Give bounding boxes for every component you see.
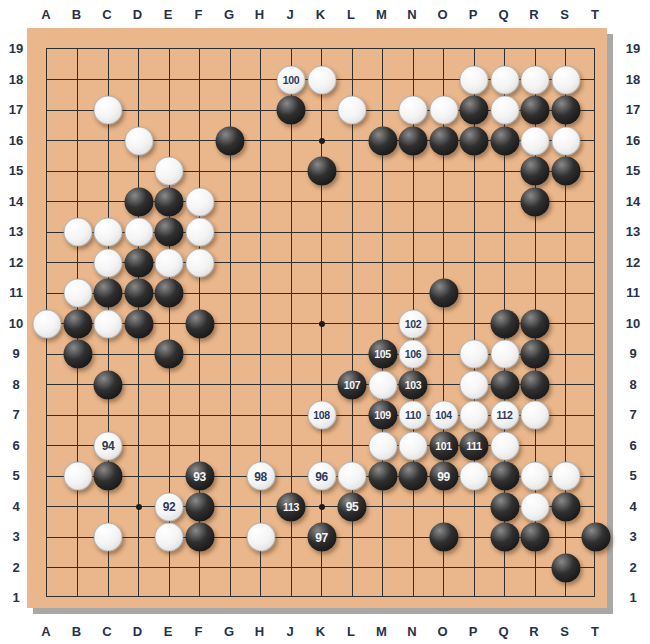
stone-white-N10: 102 xyxy=(399,309,428,338)
stone-black-Q8 xyxy=(490,370,519,399)
column-label-bottom: H xyxy=(255,624,264,639)
star-point xyxy=(136,504,142,510)
stone-white-S18 xyxy=(551,65,580,94)
stone-black-S4 xyxy=(551,492,580,521)
stone-black-D12 xyxy=(124,248,153,277)
star-point xyxy=(319,504,325,510)
row-label-left: 10 xyxy=(9,315,23,330)
column-label-bottom: C xyxy=(102,624,111,639)
row-label-right: 3 xyxy=(629,529,636,544)
stone-black-B10 xyxy=(63,309,92,338)
stone-white-R4 xyxy=(521,492,550,521)
stone-white-Q6 xyxy=(490,431,519,460)
stone-white-E15 xyxy=(155,157,184,186)
row-label-left: 19 xyxy=(9,41,23,56)
stone-black-R3 xyxy=(521,523,550,552)
column-label-bottom: A xyxy=(41,624,50,639)
stone-black-G16 xyxy=(216,126,245,155)
row-label-right: 13 xyxy=(626,224,640,239)
board-grid[interactable]: 1001021051061071031081091101041129410111… xyxy=(46,48,595,597)
stone-black-S17 xyxy=(551,96,580,125)
column-label-bottom: Q xyxy=(498,624,508,639)
column-label-top: F xyxy=(195,7,203,22)
stone-white-D13 xyxy=(124,218,153,247)
column-label-top: Q xyxy=(498,7,508,22)
row-label-right: 19 xyxy=(626,41,640,56)
stone-white-O7: 104 xyxy=(429,401,458,430)
stone-black-R14 xyxy=(521,187,550,216)
row-label-right: 2 xyxy=(629,559,636,574)
stone-white-E3 xyxy=(155,523,184,552)
stone-white-P8 xyxy=(460,370,489,399)
stone-black-C8 xyxy=(94,370,123,399)
stone-black-N16 xyxy=(399,126,428,155)
row-label-right: 5 xyxy=(629,468,636,483)
stone-white-M6 xyxy=(368,431,397,460)
stone-black-D11 xyxy=(124,279,153,308)
move-number: 93 xyxy=(193,470,206,482)
stone-black-D14 xyxy=(124,187,153,216)
column-label-bottom: G xyxy=(224,624,234,639)
stone-black-E14 xyxy=(155,187,184,216)
column-label-bottom: E xyxy=(164,624,173,639)
move-number: 112 xyxy=(496,410,512,421)
column-label-bottom: K xyxy=(316,624,325,639)
stone-black-O6: 101 xyxy=(429,431,458,460)
column-label-top: M xyxy=(376,7,387,22)
column-label-top: A xyxy=(41,7,50,22)
column-label-top: P xyxy=(469,7,478,22)
row-label-right: 8 xyxy=(629,376,636,391)
stone-white-L17 xyxy=(338,96,367,125)
move-number: 102 xyxy=(405,318,422,329)
row-label-right: 4 xyxy=(629,498,636,513)
row-label-left: 1 xyxy=(12,590,19,605)
move-number: 110 xyxy=(405,410,421,421)
stone-black-R17 xyxy=(521,96,550,125)
row-label-right: 12 xyxy=(626,254,640,269)
move-number: 99 xyxy=(437,470,450,482)
row-label-left: 18 xyxy=(9,71,23,86)
stone-white-R5 xyxy=(521,462,550,491)
stone-black-K3: 97 xyxy=(307,523,336,552)
column-label-top: B xyxy=(72,7,81,22)
stone-white-E12 xyxy=(155,248,184,277)
stone-black-B9 xyxy=(63,340,92,369)
row-label-right: 1 xyxy=(629,590,636,605)
stone-black-P6: 111 xyxy=(460,431,489,460)
row-label-left: 4 xyxy=(12,498,19,513)
stone-black-S2 xyxy=(551,553,580,582)
stone-white-C12 xyxy=(94,248,123,277)
goban: 1001021051061071031081091101041129410111… xyxy=(27,28,607,608)
row-label-left: 17 xyxy=(9,102,23,117)
stone-white-P7 xyxy=(460,401,489,430)
column-label-top: D xyxy=(133,7,142,22)
star-point xyxy=(319,138,325,144)
stone-black-R10 xyxy=(521,309,550,338)
move-number: 111 xyxy=(466,440,481,451)
row-label-left: 13 xyxy=(9,224,23,239)
stone-white-N7: 110 xyxy=(399,401,428,430)
stone-black-F5: 93 xyxy=(185,462,214,491)
stone-black-M16 xyxy=(368,126,397,155)
move-number: 104 xyxy=(435,410,452,421)
row-label-left: 5 xyxy=(12,468,19,483)
row-label-right: 9 xyxy=(629,346,636,361)
stone-white-H3 xyxy=(246,523,275,552)
stone-white-K7: 108 xyxy=(307,401,336,430)
stone-white-C3 xyxy=(94,523,123,552)
column-label-bottom: N xyxy=(407,624,416,639)
stone-black-L4: 95 xyxy=(338,492,367,521)
stone-white-B5 xyxy=(63,462,92,491)
column-label-top: G xyxy=(224,7,234,22)
column-label-bottom: B xyxy=(72,624,81,639)
stone-white-N17 xyxy=(399,96,428,125)
row-label-left: 16 xyxy=(9,132,23,147)
move-number: 96 xyxy=(315,470,328,482)
row-label-left: 3 xyxy=(12,529,19,544)
stone-black-Q3 xyxy=(490,523,519,552)
move-number: 98 xyxy=(254,470,267,482)
stone-white-P9 xyxy=(460,340,489,369)
column-label-bottom: S xyxy=(560,624,569,639)
move-number: 95 xyxy=(346,501,359,513)
row-label-left: 9 xyxy=(12,346,19,361)
stone-black-E9 xyxy=(155,340,184,369)
stone-black-M9: 105 xyxy=(368,340,397,369)
column-label-bottom: F xyxy=(195,624,203,639)
stone-black-C11 xyxy=(94,279,123,308)
stone-black-O11 xyxy=(429,279,458,308)
stone-black-M7: 109 xyxy=(368,401,397,430)
column-label-top: N xyxy=(407,7,416,22)
stone-black-P16 xyxy=(460,126,489,155)
stone-white-R7 xyxy=(521,401,550,430)
stone-black-Q16 xyxy=(490,126,519,155)
stone-black-L8: 107 xyxy=(338,370,367,399)
stone-black-F10 xyxy=(185,309,214,338)
stone-white-R18 xyxy=(521,65,550,94)
row-label-left: 6 xyxy=(12,437,19,452)
stone-white-C10 xyxy=(94,309,123,338)
grid-line-horizontal xyxy=(47,567,594,568)
row-label-left: 12 xyxy=(9,254,23,269)
stone-black-Q10 xyxy=(490,309,519,338)
column-label-top: H xyxy=(255,7,264,22)
stone-white-C17 xyxy=(94,96,123,125)
row-label-right: 17 xyxy=(626,102,640,117)
move-number: 106 xyxy=(405,349,422,360)
stone-black-O3 xyxy=(429,523,458,552)
stone-white-M8 xyxy=(368,370,397,399)
stone-black-T3 xyxy=(582,523,611,552)
stone-white-D16 xyxy=(124,126,153,155)
stone-white-B11 xyxy=(63,279,92,308)
stone-white-P5 xyxy=(460,462,489,491)
column-label-top: S xyxy=(560,7,569,22)
stone-white-Q9 xyxy=(490,340,519,369)
stone-black-Q5 xyxy=(490,462,519,491)
stone-white-E4: 92 xyxy=(155,492,184,521)
column-label-bottom: L xyxy=(347,624,355,639)
stone-white-B13 xyxy=(63,218,92,247)
column-label-top: K xyxy=(316,7,325,22)
stone-black-C5 xyxy=(94,462,123,491)
stone-white-C13 xyxy=(94,218,123,247)
column-label-top: L xyxy=(347,7,355,22)
stone-black-E11 xyxy=(155,279,184,308)
column-label-top: J xyxy=(286,7,293,22)
move-number: 108 xyxy=(313,410,330,421)
stone-white-F14 xyxy=(185,187,214,216)
stone-black-O5: 99 xyxy=(429,462,458,491)
stone-black-N5 xyxy=(399,462,428,491)
row-label-right: 11 xyxy=(626,285,640,300)
column-label-top: C xyxy=(102,7,111,22)
stone-black-F4 xyxy=(185,492,214,521)
row-label-left: 14 xyxy=(9,193,23,208)
row-label-left: 7 xyxy=(12,407,19,422)
stone-white-Q18 xyxy=(490,65,519,94)
stone-black-K15 xyxy=(307,157,336,186)
stone-white-Q7: 112 xyxy=(490,401,519,430)
move-number: 105 xyxy=(374,349,391,360)
stone-black-F3 xyxy=(185,523,214,552)
row-label-right: 16 xyxy=(626,132,640,147)
row-label-right: 6 xyxy=(629,437,636,452)
move-number: 103 xyxy=(405,379,422,390)
stone-white-S16 xyxy=(551,126,580,155)
move-number: 100 xyxy=(283,74,300,85)
stone-black-S15 xyxy=(551,157,580,186)
move-number: 107 xyxy=(344,379,361,390)
stone-white-P18 xyxy=(460,65,489,94)
column-label-top: O xyxy=(437,7,447,22)
stone-white-Q17 xyxy=(490,96,519,125)
stone-white-R16 xyxy=(521,126,550,155)
row-label-right: 18 xyxy=(626,71,640,86)
move-number: 109 xyxy=(374,410,391,421)
move-number: 97 xyxy=(315,531,328,543)
column-label-top: R xyxy=(529,7,538,22)
row-label-right: 14 xyxy=(626,193,640,208)
star-point xyxy=(319,321,325,327)
stone-black-P17 xyxy=(460,96,489,125)
column-label-bottom: O xyxy=(437,624,447,639)
stone-white-O17 xyxy=(429,96,458,125)
column-label-bottom: M xyxy=(376,624,387,639)
move-number: 101 xyxy=(435,440,452,451)
stone-black-R8 xyxy=(521,370,550,399)
row-label-left: 2 xyxy=(12,559,19,574)
stone-black-Q4 xyxy=(490,492,519,521)
stone-white-N9: 106 xyxy=(399,340,428,369)
column-label-top: T xyxy=(591,7,599,22)
stone-white-K18 xyxy=(307,65,336,94)
stone-black-M5 xyxy=(368,462,397,491)
column-label-bottom: R xyxy=(529,624,538,639)
row-label-right: 15 xyxy=(626,163,640,178)
stone-black-R15 xyxy=(521,157,550,186)
move-number: 92 xyxy=(163,501,176,513)
row-label-right: 7 xyxy=(629,407,636,422)
stone-white-S5 xyxy=(551,462,580,491)
column-label-bottom: D xyxy=(133,624,142,639)
column-label-bottom: T xyxy=(591,624,599,639)
stone-black-N8: 103 xyxy=(399,370,428,399)
stone-white-N6 xyxy=(399,431,428,460)
stone-black-J4: 113 xyxy=(277,492,306,521)
stone-white-F13 xyxy=(185,218,214,247)
column-label-bottom: P xyxy=(469,624,478,639)
stone-white-J18: 100 xyxy=(277,65,306,94)
stone-white-H5: 98 xyxy=(246,462,275,491)
stone-white-L5 xyxy=(338,462,367,491)
row-label-left: 15 xyxy=(9,163,23,178)
row-label-right: 10 xyxy=(626,315,640,330)
stone-black-D10 xyxy=(124,309,153,338)
stone-white-C6: 94 xyxy=(94,431,123,460)
stone-white-A10 xyxy=(33,309,62,338)
stone-black-E13 xyxy=(155,218,184,247)
stone-white-K5: 96 xyxy=(307,462,336,491)
go-board-screenshot: 1001021051061071031081091101041129410111… xyxy=(0,0,650,644)
stone-black-R9 xyxy=(521,340,550,369)
stone-white-F12 xyxy=(185,248,214,277)
move-number: 113 xyxy=(283,501,299,512)
stone-black-J17 xyxy=(277,96,306,125)
move-number: 94 xyxy=(102,440,115,452)
row-label-left: 8 xyxy=(12,376,19,391)
row-label-left: 11 xyxy=(9,285,23,300)
stone-black-O16 xyxy=(429,126,458,155)
column-label-top: E xyxy=(164,7,173,22)
column-label-bottom: J xyxy=(286,624,293,639)
